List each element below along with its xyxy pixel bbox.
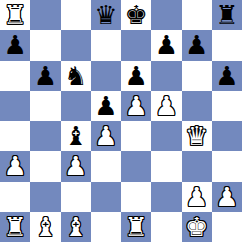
square-e4[interactable]	[121, 121, 151, 151]
square-e5[interactable]: ♟	[121, 91, 151, 121]
piece-black-knight[interactable]: ♞	[64, 61, 87, 91]
square-b8[interactable]	[30, 0, 60, 30]
chess-board: ♜♛♚♜♟♟♟♟♞♟♟♟♟♟♝♟♛♟♟♟♟♜♝♝♜♚	[0, 0, 242, 242]
piece-black-bishop[interactable]: ♝	[64, 121, 87, 151]
square-a8[interactable]: ♜	[0, 0, 30, 30]
square-b5[interactable]	[30, 91, 60, 121]
square-c2[interactable]	[61, 182, 91, 212]
square-g6[interactable]	[182, 61, 212, 91]
square-b4[interactable]	[30, 121, 60, 151]
square-g4[interactable]: ♛	[182, 121, 212, 151]
square-e7[interactable]	[121, 30, 151, 60]
piece-black-pawn[interactable]: ♟	[215, 61, 238, 91]
square-h6[interactable]: ♟	[212, 61, 242, 91]
square-e3[interactable]	[121, 151, 151, 181]
square-h5[interactable]	[212, 91, 242, 121]
square-e2[interactable]	[121, 182, 151, 212]
square-f3[interactable]	[151, 151, 181, 181]
piece-black-pawn[interactable]: ♟	[34, 61, 57, 91]
square-e8[interactable]: ♚	[121, 0, 151, 30]
square-d5[interactable]: ♟	[91, 91, 121, 121]
piece-black-pawn[interactable]: ♟	[3, 30, 26, 60]
piece-black-queen[interactable]: ♛	[94, 0, 117, 30]
square-h3[interactable]	[212, 151, 242, 181]
piece-white-pawn[interactable]: ♟	[94, 121, 117, 151]
square-h4[interactable]	[212, 121, 242, 151]
square-d4[interactable]: ♟	[91, 121, 121, 151]
piece-white-pawn[interactable]: ♟	[64, 151, 87, 181]
square-h1[interactable]	[212, 212, 242, 242]
piece-white-pawn[interactable]: ♟	[215, 182, 238, 212]
square-a5[interactable]	[0, 91, 30, 121]
square-b2[interactable]	[30, 182, 60, 212]
square-a7[interactable]: ♟	[0, 30, 30, 60]
square-d2[interactable]	[91, 182, 121, 212]
square-a3[interactable]: ♟	[0, 151, 30, 181]
square-f6[interactable]	[151, 61, 181, 91]
square-f5[interactable]: ♟	[151, 91, 181, 121]
piece-white-rook[interactable]: ♜	[3, 0, 26, 30]
square-d7[interactable]	[91, 30, 121, 60]
square-h7[interactable]	[212, 30, 242, 60]
square-f4[interactable]	[151, 121, 181, 151]
square-d1[interactable]	[91, 212, 121, 242]
piece-white-bishop[interactable]: ♝	[34, 212, 57, 242]
piece-black-pawn[interactable]: ♟	[185, 30, 208, 60]
square-h8[interactable]: ♜	[212, 0, 242, 30]
square-g8[interactable]	[182, 0, 212, 30]
square-e6[interactable]: ♟	[121, 61, 151, 91]
square-f8[interactable]	[151, 0, 181, 30]
square-h2[interactable]: ♟	[212, 182, 242, 212]
square-f2[interactable]	[151, 182, 181, 212]
piece-black-pawn[interactable]: ♟	[124, 61, 147, 91]
square-f1[interactable]	[151, 212, 181, 242]
square-g5[interactable]	[182, 91, 212, 121]
piece-black-king[interactable]: ♚	[124, 0, 147, 30]
piece-white-bishop[interactable]: ♝	[64, 212, 87, 242]
piece-black-rook[interactable]: ♜	[215, 0, 238, 30]
piece-white-rook[interactable]: ♜	[3, 212, 26, 242]
square-d3[interactable]	[91, 151, 121, 181]
square-c4[interactable]: ♝	[61, 121, 91, 151]
square-g1[interactable]: ♚	[182, 212, 212, 242]
piece-white-pawn[interactable]: ♟	[124, 91, 147, 121]
square-a6[interactable]	[0, 61, 30, 91]
square-a2[interactable]	[0, 182, 30, 212]
square-c8[interactable]	[61, 0, 91, 30]
square-f7[interactable]: ♟	[151, 30, 181, 60]
piece-black-pawn[interactable]: ♟	[94, 91, 117, 121]
square-b3[interactable]	[30, 151, 60, 181]
piece-white-queen[interactable]: ♛	[185, 121, 208, 151]
piece-white-pawn[interactable]: ♟	[3, 151, 26, 181]
square-g7[interactable]: ♟	[182, 30, 212, 60]
square-a4[interactable]	[0, 121, 30, 151]
square-e1[interactable]: ♜	[121, 212, 151, 242]
square-g3[interactable]	[182, 151, 212, 181]
square-c3[interactable]: ♟	[61, 151, 91, 181]
square-a1[interactable]: ♜	[0, 212, 30, 242]
square-b7[interactable]	[30, 30, 60, 60]
square-d8[interactable]: ♛	[91, 0, 121, 30]
square-c5[interactable]	[61, 91, 91, 121]
piece-white-king[interactable]: ♚	[185, 212, 208, 242]
square-d6[interactable]	[91, 61, 121, 91]
square-b6[interactable]: ♟	[30, 61, 60, 91]
piece-black-pawn[interactable]: ♟	[155, 30, 178, 60]
square-c7[interactable]	[61, 30, 91, 60]
piece-white-pawn[interactable]: ♟	[185, 182, 208, 212]
piece-white-rook[interactable]: ♜	[124, 212, 147, 242]
square-b1[interactable]: ♝	[30, 212, 60, 242]
square-g2[interactable]: ♟	[182, 182, 212, 212]
square-c6[interactable]: ♞	[61, 61, 91, 91]
square-c1[interactable]: ♝	[61, 212, 91, 242]
piece-white-pawn[interactable]: ♟	[155, 91, 178, 121]
